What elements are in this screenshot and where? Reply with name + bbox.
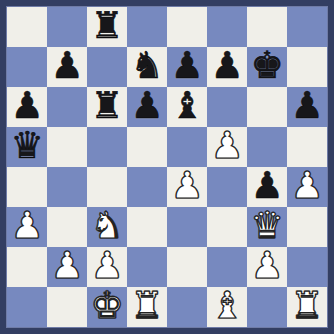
square-b6[interactable] [47, 87, 87, 127]
square-a3[interactable]: ♟ [7, 207, 47, 247]
piece-black-pawn[interactable]: ♟ [130, 87, 163, 126]
square-c2[interactable]: ♟ [87, 247, 127, 287]
square-c8[interactable]: ♜ [87, 7, 127, 47]
square-b1[interactable] [47, 287, 87, 327]
square-h6[interactable]: ♟ [287, 87, 327, 127]
square-d8[interactable] [127, 7, 167, 47]
square-c3[interactable]: ♞ [87, 207, 127, 247]
piece-black-queen[interactable]: ♛ [10, 127, 43, 166]
square-d7[interactable]: ♞ [127, 47, 167, 87]
square-b8[interactable] [47, 7, 87, 47]
square-e4[interactable]: ♟ [167, 167, 207, 207]
piece-black-pawn[interactable]: ♟ [250, 167, 283, 206]
square-e5[interactable] [167, 127, 207, 167]
square-h5[interactable] [287, 127, 327, 167]
piece-white-pawn[interactable]: ♟ [10, 207, 43, 246]
square-b7[interactable]: ♟ [47, 47, 87, 87]
square-d3[interactable] [127, 207, 167, 247]
square-e1[interactable] [167, 287, 207, 327]
piece-black-pawn[interactable]: ♟ [290, 87, 323, 126]
square-f3[interactable] [207, 207, 247, 247]
square-g1[interactable] [247, 287, 287, 327]
piece-white-pawn[interactable]: ♟ [170, 167, 203, 206]
chess-board-frame: ♜♟♞♟♟♚♟♜♟♝♟♛♟♟♟♟♟♞♛♟♟♟♚♜♝♜ [0, 0, 334, 334]
square-c1[interactable]: ♚ [87, 287, 127, 327]
piece-white-knight[interactable]: ♞ [90, 207, 123, 246]
square-c6[interactable]: ♜ [87, 87, 127, 127]
piece-white-queen[interactable]: ♛ [250, 207, 283, 246]
square-g6[interactable] [247, 87, 287, 127]
square-h4[interactable]: ♟ [287, 167, 327, 207]
piece-white-king[interactable]: ♚ [90, 287, 123, 326]
square-c4[interactable] [87, 167, 127, 207]
piece-black-rook[interactable]: ♜ [90, 7, 123, 46]
piece-white-pawn[interactable]: ♟ [290, 167, 323, 206]
piece-black-bishop[interactable]: ♝ [170, 87, 203, 126]
piece-white-bishop[interactable]: ♝ [210, 287, 243, 326]
piece-white-rook[interactable]: ♜ [290, 287, 323, 326]
square-e6[interactable]: ♝ [167, 87, 207, 127]
piece-black-pawn[interactable]: ♟ [50, 47, 83, 86]
square-h1[interactable]: ♜ [287, 287, 327, 327]
square-a5[interactable]: ♛ [7, 127, 47, 167]
square-f1[interactable]: ♝ [207, 287, 247, 327]
square-f6[interactable] [207, 87, 247, 127]
square-f5[interactable]: ♟ [207, 127, 247, 167]
square-c7[interactable] [87, 47, 127, 87]
square-e8[interactable] [167, 7, 207, 47]
square-g3[interactable]: ♛ [247, 207, 287, 247]
chess-board: ♜♟♞♟♟♚♟♜♟♝♟♛♟♟♟♟♟♞♛♟♟♟♚♜♝♜ [7, 7, 327, 327]
square-g5[interactable] [247, 127, 287, 167]
piece-white-pawn[interactable]: ♟ [250, 247, 283, 286]
square-d2[interactable] [127, 247, 167, 287]
square-e7[interactable]: ♟ [167, 47, 207, 87]
square-f2[interactable] [207, 247, 247, 287]
piece-black-knight[interactable]: ♞ [130, 47, 163, 86]
piece-black-king[interactable]: ♚ [250, 47, 283, 86]
piece-black-pawn[interactable]: ♟ [210, 47, 243, 86]
square-b3[interactable] [47, 207, 87, 247]
square-g7[interactable]: ♚ [247, 47, 287, 87]
square-b4[interactable] [47, 167, 87, 207]
piece-black-pawn[interactable]: ♟ [10, 87, 43, 126]
square-f4[interactable] [207, 167, 247, 207]
square-d5[interactable] [127, 127, 167, 167]
piece-white-pawn[interactable]: ♟ [210, 127, 243, 166]
square-d6[interactable]: ♟ [127, 87, 167, 127]
square-a7[interactable] [7, 47, 47, 87]
square-h3[interactable] [287, 207, 327, 247]
square-c5[interactable] [87, 127, 127, 167]
square-a6[interactable]: ♟ [7, 87, 47, 127]
square-f8[interactable] [207, 7, 247, 47]
square-h7[interactable] [287, 47, 327, 87]
square-d1[interactable]: ♜ [127, 287, 167, 327]
piece-white-rook[interactable]: ♜ [130, 287, 163, 326]
piece-white-pawn[interactable]: ♟ [90, 247, 123, 286]
square-g8[interactable] [247, 7, 287, 47]
square-a8[interactable] [7, 7, 47, 47]
square-d4[interactable] [127, 167, 167, 207]
square-f7[interactable]: ♟ [207, 47, 247, 87]
square-b5[interactable] [47, 127, 87, 167]
square-b2[interactable]: ♟ [47, 247, 87, 287]
square-a2[interactable] [7, 247, 47, 287]
square-a1[interactable] [7, 287, 47, 327]
square-e3[interactable] [167, 207, 207, 247]
square-g2[interactable]: ♟ [247, 247, 287, 287]
square-a4[interactable] [7, 167, 47, 207]
square-h2[interactable] [287, 247, 327, 287]
square-h8[interactable] [287, 7, 327, 47]
piece-black-rook[interactable]: ♜ [90, 87, 123, 126]
piece-white-pawn[interactable]: ♟ [50, 247, 83, 286]
square-g4[interactable]: ♟ [247, 167, 287, 207]
square-e2[interactable] [167, 247, 207, 287]
piece-black-pawn[interactable]: ♟ [170, 47, 203, 86]
